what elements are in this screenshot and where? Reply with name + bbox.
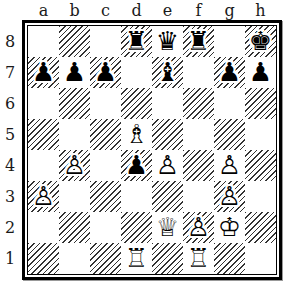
piece-white-rook: ♖	[183, 243, 214, 274]
rank-label-5: 5	[0, 119, 20, 150]
square-f6[interactable]	[183, 88, 214, 119]
square-d8[interactable]: ♜	[121, 26, 152, 57]
square-g4[interactable]: ♙	[214, 150, 245, 181]
square-g3[interactable]: ♙	[214, 181, 245, 212]
rank-label-2: 2	[0, 212, 20, 243]
file-label-a: a	[28, 0, 59, 21]
piece-white-pawn: ♙	[152, 150, 183, 181]
square-a8[interactable]	[28, 26, 59, 57]
square-g6[interactable]	[214, 88, 245, 119]
square-a7[interactable]: ♟	[28, 57, 59, 88]
square-f4[interactable]	[183, 150, 214, 181]
square-d3[interactable]	[121, 181, 152, 212]
square-g7[interactable]: ♟	[214, 57, 245, 88]
file-label-e: e	[152, 0, 183, 21]
piece-black-pawn: ♟	[90, 57, 121, 88]
square-g1[interactable]	[214, 243, 245, 274]
square-c2[interactable]	[90, 212, 121, 243]
square-b2[interactable]	[59, 212, 90, 243]
piece-white-pawn: ♙	[214, 150, 245, 181]
square-f2[interactable]: ♙	[183, 212, 214, 243]
piece-black-pawn: ♟	[28, 57, 59, 88]
file-label-f: f	[183, 0, 214, 21]
square-h6[interactable]	[245, 88, 276, 119]
square-d1[interactable]: ♖	[121, 243, 152, 274]
square-e3[interactable]	[152, 181, 183, 212]
file-label-h: h	[245, 0, 276, 21]
square-b8[interactable]	[59, 26, 90, 57]
square-e5[interactable]	[152, 119, 183, 150]
square-b7[interactable]: ♟	[59, 57, 90, 88]
square-c3[interactable]	[90, 181, 121, 212]
piece-black-bishop: ♝	[152, 57, 183, 88]
square-h1[interactable]	[245, 243, 276, 274]
file-label-c: c	[90, 0, 121, 21]
square-c8[interactable]	[90, 26, 121, 57]
board-frame: ♜♛♜♚♟♟♟♝♟♟♗♙♟♙♙♙♙♕♙♔♖♖	[22, 20, 282, 280]
file-label-g: g	[214, 0, 245, 21]
square-g8[interactable]	[214, 26, 245, 57]
rank-label-4: 4	[0, 150, 20, 181]
piece-white-king: ♔	[214, 212, 245, 243]
chess-board: ♜♛♜♚♟♟♟♝♟♟♗♙♟♙♙♙♙♕♙♔♖♖	[27, 25, 277, 275]
square-e2[interactable]: ♕	[152, 212, 183, 243]
square-d6[interactable]	[121, 88, 152, 119]
rank-label-1: 1	[0, 243, 20, 274]
square-e6[interactable]	[152, 88, 183, 119]
square-e7[interactable]: ♝	[152, 57, 183, 88]
square-c1[interactable]	[90, 243, 121, 274]
piece-black-rook: ♜	[121, 26, 152, 57]
square-h3[interactable]	[245, 181, 276, 212]
piece-white-pawn: ♙	[28, 181, 59, 212]
file-label-b: b	[59, 0, 90, 21]
rank-label-3: 3	[0, 181, 20, 212]
square-e8[interactable]: ♛	[152, 26, 183, 57]
piece-white-pawn: ♙	[59, 150, 90, 181]
square-c6[interactable]	[90, 88, 121, 119]
square-c5[interactable]	[90, 119, 121, 150]
square-a1[interactable]	[28, 243, 59, 274]
rank-label-8: 8	[0, 26, 20, 57]
chess-diagram: abcdefgh 87654321 ♜♛♜♚♟♟♟♝♟♟♗♙♟♙♙♙♙♕♙♔♖♖	[0, 0, 284, 283]
square-a3[interactable]: ♙	[28, 181, 59, 212]
square-d2[interactable]	[121, 212, 152, 243]
piece-black-pawn: ♟	[59, 57, 90, 88]
piece-white-queen: ♕	[152, 212, 183, 243]
square-d5[interactable]: ♗	[121, 119, 152, 150]
square-a6[interactable]	[28, 88, 59, 119]
piece-white-bishop: ♗	[121, 119, 152, 150]
square-h4[interactable]	[245, 150, 276, 181]
file-label-d: d	[121, 0, 152, 21]
piece-white-pawn: ♙	[214, 181, 245, 212]
square-g2[interactable]: ♔	[214, 212, 245, 243]
square-b3[interactable]	[59, 181, 90, 212]
square-f5[interactable]	[183, 119, 214, 150]
square-f7[interactable]	[183, 57, 214, 88]
piece-white-rook: ♖	[121, 243, 152, 274]
square-h5[interactable]	[245, 119, 276, 150]
piece-black-pawn: ♟	[214, 57, 245, 88]
square-f3[interactable]	[183, 181, 214, 212]
square-h8[interactable]: ♚	[245, 26, 276, 57]
square-b5[interactable]	[59, 119, 90, 150]
square-g5[interactable]	[214, 119, 245, 150]
square-h7[interactable]: ♟	[245, 57, 276, 88]
piece-black-pawn: ♟	[121, 150, 152, 181]
piece-white-pawn: ♙	[183, 212, 214, 243]
piece-black-pawn: ♟	[245, 57, 276, 88]
file-labels: abcdefgh	[28, 0, 276, 20]
square-f8[interactable]: ♜	[183, 26, 214, 57]
square-e4[interactable]: ♙	[152, 150, 183, 181]
square-a5[interactable]	[28, 119, 59, 150]
rank-label-7: 7	[0, 57, 20, 88]
rank-label-6: 6	[0, 88, 20, 119]
square-e1[interactable]	[152, 243, 183, 274]
square-c7[interactable]: ♟	[90, 57, 121, 88]
square-b4[interactable]: ♙	[59, 150, 90, 181]
square-f1[interactable]: ♖	[183, 243, 214, 274]
piece-black-queen: ♛	[152, 26, 183, 57]
square-b6[interactable]	[59, 88, 90, 119]
square-d7[interactable]	[121, 57, 152, 88]
square-b1[interactable]	[59, 243, 90, 274]
square-d4[interactable]: ♟	[121, 150, 152, 181]
square-a2[interactable]	[28, 212, 59, 243]
square-c4[interactable]	[90, 150, 121, 181]
rank-labels: 87654321	[0, 26, 20, 274]
piece-black-rook: ♜	[183, 26, 214, 57]
square-a4[interactable]	[28, 150, 59, 181]
piece-black-king: ♚	[245, 26, 276, 57]
square-h2[interactable]	[245, 212, 276, 243]
